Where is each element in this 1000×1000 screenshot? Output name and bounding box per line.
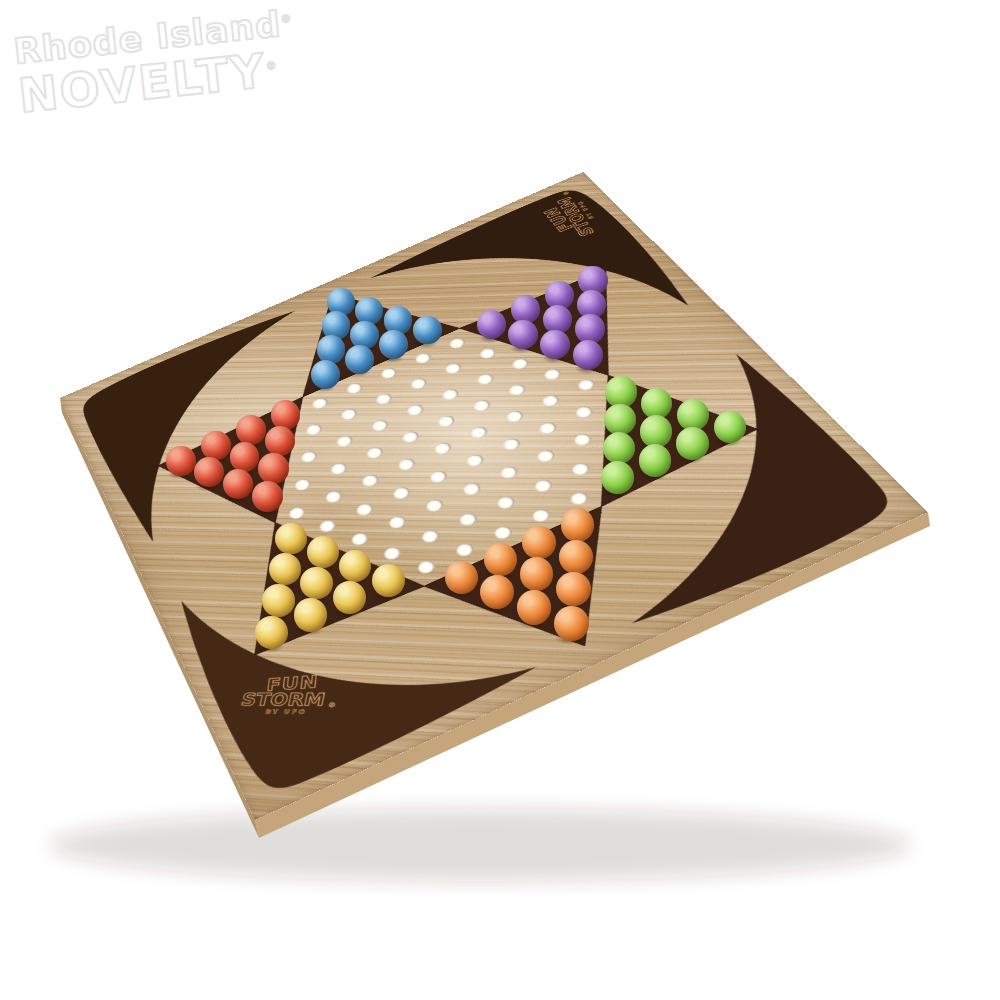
marble-red[interactable] xyxy=(201,431,231,461)
marble-green[interactable] xyxy=(676,427,709,460)
marble-blue[interactable] xyxy=(311,360,340,389)
marble-layer xyxy=(0,0,1000,1000)
marble-yellow[interactable] xyxy=(307,536,339,568)
marble-blue[interactable] xyxy=(379,330,408,359)
marble-red[interactable] xyxy=(258,453,288,483)
marble-blue[interactable] xyxy=(345,345,374,374)
marble-red[interactable] xyxy=(236,415,266,445)
marble-red[interactable] xyxy=(230,442,260,472)
marble-purple[interactable] xyxy=(508,320,538,350)
marble-orange[interactable] xyxy=(559,540,593,574)
marble-green[interactable] xyxy=(677,399,709,431)
marble-yellow[interactable] xyxy=(262,584,295,617)
marble-red[interactable] xyxy=(271,400,300,429)
marble-green[interactable] xyxy=(603,432,635,464)
marble-green[interactable] xyxy=(605,376,636,407)
marble-red[interactable] xyxy=(252,481,283,512)
marble-orange[interactable] xyxy=(522,526,555,559)
product-photo: { "game": "chinese-checkers", "watermark… xyxy=(0,0,1000,1000)
marble-yellow[interactable] xyxy=(333,581,366,614)
marble-orange[interactable] xyxy=(517,590,551,624)
marble-orange[interactable] xyxy=(561,508,594,541)
marble-blue[interactable] xyxy=(413,316,442,345)
marble-orange[interactable] xyxy=(445,561,478,594)
marble-yellow[interactable] xyxy=(372,564,405,597)
marble-red[interactable] xyxy=(265,426,295,456)
marble-green[interactable] xyxy=(604,404,636,436)
marble-green[interactable] xyxy=(640,415,672,447)
marble-green[interactable] xyxy=(714,411,746,443)
marble-green[interactable] xyxy=(641,388,673,420)
marble-yellow[interactable] xyxy=(269,553,301,585)
marble-orange[interactable] xyxy=(554,606,589,641)
marble-red[interactable] xyxy=(166,446,196,476)
marble-yellow[interactable] xyxy=(294,598,327,631)
marble-orange[interactable] xyxy=(480,575,514,609)
marble-green[interactable] xyxy=(639,444,672,477)
marble-orange[interactable] xyxy=(556,572,590,606)
marble-green[interactable] xyxy=(601,461,634,494)
marble-yellow[interactable] xyxy=(300,567,333,600)
